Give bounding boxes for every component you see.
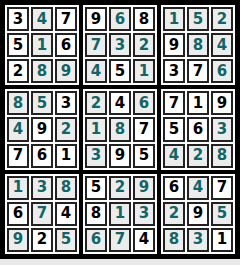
cell-r4c1[interactable]: 8 bbox=[7, 91, 29, 115]
box-1: 347516289 bbox=[3, 3, 81, 87]
cell-r6c7[interactable]: 4 bbox=[163, 144, 185, 168]
cell-r1c8[interactable]: 5 bbox=[187, 7, 209, 31]
cell-r2c1[interactable]: 5 bbox=[7, 33, 29, 57]
box-5: 246187395 bbox=[81, 87, 159, 171]
cell-r4c8[interactable]: 1 bbox=[187, 91, 209, 115]
cell-r7c8[interactable]: 4 bbox=[187, 176, 209, 200]
cell-r6c3[interactable]: 1 bbox=[55, 144, 77, 168]
box-3: 152984376 bbox=[159, 3, 237, 87]
cell-r1c4[interactable]: 9 bbox=[85, 7, 107, 31]
cell-r2c6[interactable]: 2 bbox=[133, 33, 155, 57]
cell-r7c4[interactable]: 5 bbox=[85, 176, 107, 200]
cell-r2c7[interactable]: 9 bbox=[163, 33, 185, 57]
cell-r1c2[interactable]: 4 bbox=[31, 7, 53, 31]
cell-r5c5[interactable]: 8 bbox=[109, 117, 131, 141]
cell-r7c2[interactable]: 3 bbox=[31, 176, 53, 200]
box-8: 529813674 bbox=[81, 172, 159, 256]
cell-r1c9[interactable]: 2 bbox=[211, 7, 233, 31]
cell-r6c2[interactable]: 6 bbox=[31, 144, 53, 168]
cell-r6c1[interactable]: 7 bbox=[7, 144, 29, 168]
cell-r8c7[interactable]: 2 bbox=[163, 202, 185, 226]
cell-r4c6[interactable]: 6 bbox=[133, 91, 155, 115]
cell-r1c5[interactable]: 6 bbox=[109, 7, 131, 31]
cell-r5c8[interactable]: 6 bbox=[187, 117, 209, 141]
cell-r6c9[interactable]: 8 bbox=[211, 144, 233, 168]
cell-r2c9[interactable]: 4 bbox=[211, 33, 233, 57]
cell-r9c6[interactable]: 4 bbox=[133, 228, 155, 252]
cell-r3c6[interactable]: 1 bbox=[133, 59, 155, 83]
cell-r7c7[interactable]: 6 bbox=[163, 176, 185, 200]
cell-r4c2[interactable]: 5 bbox=[31, 91, 53, 115]
cell-r8c1[interactable]: 6 bbox=[7, 202, 29, 226]
box-9: 647295831 bbox=[159, 172, 237, 256]
cell-r4c3[interactable]: 3 bbox=[55, 91, 77, 115]
cell-r3c4[interactable]: 4 bbox=[85, 59, 107, 83]
cell-r5c2[interactable]: 9 bbox=[31, 117, 53, 141]
cell-r5c9[interactable]: 3 bbox=[211, 117, 233, 141]
cell-r2c5[interactable]: 3 bbox=[109, 33, 131, 57]
cell-r2c4[interactable]: 7 bbox=[85, 33, 107, 57]
cell-r7c1[interactable]: 1 bbox=[7, 176, 29, 200]
cell-r4c5[interactable]: 4 bbox=[109, 91, 131, 115]
cell-r8c6[interactable]: 3 bbox=[133, 202, 155, 226]
cell-r9c8[interactable]: 3 bbox=[187, 228, 209, 252]
cell-r9c1[interactable]: 9 bbox=[7, 228, 29, 252]
cell-r7c3[interactable]: 8 bbox=[55, 176, 77, 200]
box-7: 138674925 bbox=[3, 172, 81, 256]
cell-r6c8[interactable]: 2 bbox=[187, 144, 209, 168]
cell-r8c2[interactable]: 7 bbox=[31, 202, 53, 226]
cell-r3c8[interactable]: 7 bbox=[187, 59, 209, 83]
cell-r5c1[interactable]: 4 bbox=[7, 117, 29, 141]
cell-r6c5[interactable]: 9 bbox=[109, 144, 131, 168]
cell-r1c3[interactable]: 7 bbox=[55, 7, 77, 31]
sudoku-board: 3475162899687324511529843768534927612461… bbox=[0, 0, 240, 259]
cell-r9c3[interactable]: 5 bbox=[55, 228, 77, 252]
cell-r6c4[interactable]: 3 bbox=[85, 144, 107, 168]
cell-r5c4[interactable]: 1 bbox=[85, 117, 107, 141]
box-4: 853492761 bbox=[3, 87, 81, 171]
cell-r5c3[interactable]: 2 bbox=[55, 117, 77, 141]
cell-r1c6[interactable]: 8 bbox=[133, 7, 155, 31]
cell-r2c8[interactable]: 8 bbox=[187, 33, 209, 57]
cell-r9c7[interactable]: 8 bbox=[163, 228, 185, 252]
box-6: 719563428 bbox=[159, 87, 237, 171]
cell-r3c2[interactable]: 8 bbox=[31, 59, 53, 83]
cell-r7c5[interactable]: 2 bbox=[109, 176, 131, 200]
cell-r5c6[interactable]: 7 bbox=[133, 117, 155, 141]
cell-r3c3[interactable]: 9 bbox=[55, 59, 77, 83]
cell-r2c2[interactable]: 1 bbox=[31, 33, 53, 57]
cell-r3c5[interactable]: 5 bbox=[109, 59, 131, 83]
cell-r7c6[interactable]: 9 bbox=[133, 176, 155, 200]
cell-r6c6[interactable]: 5 bbox=[133, 144, 155, 168]
cell-r4c7[interactable]: 7 bbox=[163, 91, 185, 115]
cell-r1c1[interactable]: 3 bbox=[7, 7, 29, 31]
cell-r8c5[interactable]: 1 bbox=[109, 202, 131, 226]
cell-r7c9[interactable]: 7 bbox=[211, 176, 233, 200]
cell-r5c7[interactable]: 5 bbox=[163, 117, 185, 141]
cell-r4c9[interactable]: 9 bbox=[211, 91, 233, 115]
cell-r2c3[interactable]: 6 bbox=[55, 33, 77, 57]
cell-r8c4[interactable]: 8 bbox=[85, 202, 107, 226]
cell-r4c4[interactable]: 2 bbox=[85, 91, 107, 115]
cell-r3c9[interactable]: 6 bbox=[211, 59, 233, 83]
cell-r9c2[interactable]: 2 bbox=[31, 228, 53, 252]
cell-r3c1[interactable]: 2 bbox=[7, 59, 29, 83]
box-2: 968732451 bbox=[81, 3, 159, 87]
cell-r9c5[interactable]: 7 bbox=[109, 228, 131, 252]
cell-r1c7[interactable]: 1 bbox=[163, 7, 185, 31]
cell-r8c8[interactable]: 9 bbox=[187, 202, 209, 226]
cell-r8c3[interactable]: 4 bbox=[55, 202, 77, 226]
cell-r9c9[interactable]: 1 bbox=[211, 228, 233, 252]
cell-r9c4[interactable]: 6 bbox=[85, 228, 107, 252]
cell-r8c9[interactable]: 5 bbox=[211, 202, 233, 226]
cell-r3c7[interactable]: 3 bbox=[163, 59, 185, 83]
